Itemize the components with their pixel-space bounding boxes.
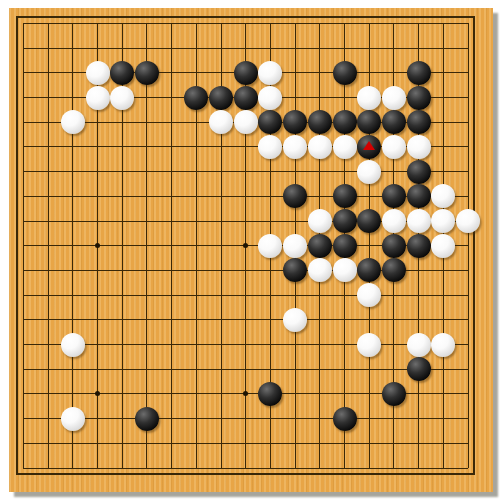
black-stone <box>407 61 431 85</box>
white-stone <box>308 135 332 159</box>
white-stone <box>333 135 357 159</box>
white-stone <box>61 333 85 357</box>
white-stone <box>382 86 406 110</box>
black-stone <box>382 258 406 282</box>
black-stone <box>407 234 431 258</box>
white-stone <box>431 209 455 233</box>
white-stone <box>258 61 282 85</box>
white-stone <box>407 333 431 357</box>
black-stone <box>333 61 357 85</box>
white-stone <box>283 135 307 159</box>
white-stone <box>283 234 307 258</box>
black-stone <box>357 258 381 282</box>
white-stone <box>61 110 85 134</box>
black-stone <box>333 209 357 233</box>
black-stone <box>110 61 134 85</box>
black-stone <box>283 258 307 282</box>
black-stone <box>258 382 282 406</box>
black-stone <box>135 61 159 85</box>
black-stone <box>308 234 332 258</box>
white-stone <box>431 184 455 208</box>
black-stone <box>135 407 159 431</box>
white-stone <box>61 407 85 431</box>
white-stone <box>110 86 134 110</box>
black-stone <box>357 209 381 233</box>
white-stone <box>407 209 431 233</box>
white-stone <box>357 160 381 184</box>
black-stone <box>308 110 332 134</box>
black-stone <box>407 160 431 184</box>
black-stone <box>382 234 406 258</box>
white-stone <box>357 283 381 307</box>
black-stone <box>357 110 381 134</box>
black-stone <box>382 184 406 208</box>
black-stone <box>382 382 406 406</box>
black-stone <box>407 184 431 208</box>
white-stone <box>357 333 381 357</box>
white-stone <box>86 86 110 110</box>
white-stone <box>382 209 406 233</box>
go-board-screenshot <box>0 0 500 500</box>
black-stone <box>234 61 258 85</box>
black-stone <box>407 357 431 381</box>
white-stone <box>258 135 282 159</box>
black-stone <box>382 110 406 134</box>
white-stone <box>308 258 332 282</box>
black-stone <box>333 234 357 258</box>
white-stone <box>308 209 332 233</box>
black-stone <box>333 110 357 134</box>
last-move-marker <box>363 141 375 150</box>
white-stone <box>407 135 431 159</box>
black-stone <box>258 110 282 134</box>
black-stone <box>283 184 307 208</box>
white-stone <box>283 308 307 332</box>
black-stone <box>184 86 208 110</box>
white-stone <box>86 61 110 85</box>
black-stone <box>333 184 357 208</box>
white-stone <box>333 258 357 282</box>
white-stone <box>456 209 480 233</box>
white-stone <box>431 234 455 258</box>
black-stone <box>234 86 258 110</box>
black-stone <box>407 86 431 110</box>
black-stone <box>283 110 307 134</box>
white-stone <box>357 86 381 110</box>
black-stone <box>407 110 431 134</box>
black-stone <box>333 407 357 431</box>
white-stone <box>258 234 282 258</box>
stone-layer <box>0 0 500 500</box>
white-stone <box>234 110 258 134</box>
white-stone <box>431 333 455 357</box>
white-stone <box>258 86 282 110</box>
white-stone <box>209 110 233 134</box>
black-stone <box>209 86 233 110</box>
white-stone <box>382 135 406 159</box>
black-stone <box>357 135 381 159</box>
